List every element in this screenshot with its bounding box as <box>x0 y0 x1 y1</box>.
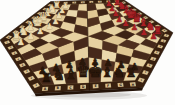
black-rook: ♜ <box>41 70 52 85</box>
black-queen: ♛ <box>76 62 90 81</box>
white-pawn: ♟ <box>37 26 44 36</box>
photo-stage: ABCDEFGHABCDEFGHABCDEFGH1234432112344321… <box>0 0 175 105</box>
board-cell <box>78 4 87 11</box>
three-player-chess-set-photo: ABCDEFGHABCDEFGHABCDEFGH1234432112344321… <box>0 0 175 105</box>
black-rook: ♜ <box>126 65 137 80</box>
white-pawn: ♟ <box>27 31 35 41</box>
black-bishop: ♝ <box>65 66 78 82</box>
file-label: B <box>57 86 60 90</box>
file-label: F <box>107 84 109 88</box>
black-knight: ♞ <box>113 64 125 80</box>
file-label: D <box>82 85 85 89</box>
file-label: H <box>131 83 134 87</box>
black-bishop: ♝ <box>101 64 114 80</box>
board-cell <box>87 4 97 11</box>
file-label: A <box>44 87 47 91</box>
white-pawn: ♟ <box>17 37 25 47</box>
red-pawn: ♟ <box>140 27 148 37</box>
red-pawn: ♟ <box>131 22 138 32</box>
white-pawn: ♟ <box>52 17 59 26</box>
file-label: G <box>119 83 122 87</box>
red-pawn: ♟ <box>150 31 158 41</box>
red-pawn: ♟ <box>122 19 129 28</box>
black-knight: ♞ <box>53 67 65 83</box>
rank-label: 1 <box>35 84 37 87</box>
white-pawn: ♟ <box>46 21 53 31</box>
